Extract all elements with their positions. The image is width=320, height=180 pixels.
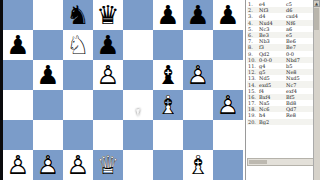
- square-f4[interactable]: ♝♗: [153, 90, 183, 120]
- move-row-18[interactable]: 18.Nc6Qd7: [247, 106, 313, 112]
- square-a5[interactable]: [3, 60, 33, 90]
- move-row-2[interactable]: 2.Nf3d6: [247, 7, 313, 13]
- square-c5[interactable]: [63, 60, 93, 90]
- move-row-14[interactable]: 14.exd5Nc7: [247, 81, 313, 87]
- move-number: 13.: [247, 75, 259, 81]
- square-c2[interactable]: ♟♙: [63, 150, 93, 180]
- white-move[interactable]: Nxd4: [259, 20, 286, 26]
- white-move[interactable]: exd5: [259, 82, 286, 88]
- square-c6[interactable]: ♞♘: [63, 30, 93, 60]
- square-f7[interactable]: ♟: [153, 0, 183, 30]
- piece-wP-g5: ♟♙: [183, 60, 213, 90]
- square-e5[interactable]: [123, 60, 153, 90]
- piece-wQ-d2: ♛♕: [93, 150, 123, 180]
- square-d3[interactable]: [93, 120, 123, 150]
- white-move[interactable]: Na5: [259, 100, 286, 106]
- piece-wP-a2: ♟♙: [3, 150, 33, 180]
- black-move[interactable]: Nc7: [286, 82, 313, 88]
- black-move[interactable]: Ne8: [286, 69, 313, 75]
- piece-wP-d5: ♟♙: [93, 60, 123, 90]
- move-number: 8.: [247, 44, 259, 50]
- black-move[interactable]: b5: [286, 63, 313, 69]
- move-row-9[interactable]: 9.Qd20-0: [247, 51, 313, 57]
- move-row-6[interactable]: 6.Be3e5: [247, 32, 313, 38]
- piece-wP-h4: ♟♙: [213, 90, 243, 120]
- piece-wN-c6: ♞♘: [63, 30, 93, 60]
- vertical-scrollbar[interactable]: ▲: [313, 0, 320, 180]
- move-number: 10.: [247, 57, 259, 63]
- black-move[interactable]: Bf5: [286, 94, 313, 100]
- black-move[interactable]: Nbd7: [286, 57, 313, 63]
- black-move[interactable]: Be6: [286, 38, 313, 44]
- move-row-7[interactable]: 7.Nb3Be6: [247, 38, 313, 44]
- piece-bP-f7: ♟: [153, 0, 183, 30]
- white-move[interactable]: f4: [259, 88, 286, 94]
- piece-bQ-d7: ♛: [93, 0, 123, 30]
- white-move[interactable]: Nf3: [259, 7, 286, 13]
- move-row-17[interactable]: 17.Na5Bd8: [247, 100, 313, 106]
- square-a6[interactable]: ♟: [3, 30, 33, 60]
- black-move[interactable]: exf4: [286, 88, 313, 94]
- square-h6[interactable]: [213, 30, 243, 60]
- move-row-19[interactable]: 19.h4Re8: [247, 112, 313, 118]
- square-e2[interactable]: [123, 150, 153, 180]
- piece-bP-a6: ♟: [3, 30, 33, 60]
- square-f2[interactable]: [153, 150, 183, 180]
- square-a4[interactable]: [3, 90, 33, 120]
- chess-board: ♞♛♟♟♟♟♞♘♟♟♟♙♝♟♙♝♗♟♙♟♙♟♙♟♙♛♕♝♗: [3, 0, 243, 180]
- white-move[interactable]: f3: [259, 44, 286, 50]
- move-number: 17.: [247, 100, 259, 106]
- white-move[interactable]: Qd2: [259, 51, 286, 57]
- move-row-8[interactable]: 8.f3Be7: [247, 44, 313, 50]
- square-g2[interactable]: ♝♗: [183, 150, 213, 180]
- black-move[interactable]: Nxd5: [286, 75, 313, 81]
- black-move[interactable]: Be7: [286, 44, 313, 50]
- black-move[interactable]: Re8: [286, 112, 313, 118]
- square-h7[interactable]: ♟: [213, 0, 243, 30]
- square-b4[interactable]: [33, 90, 63, 120]
- square-b6[interactable]: [33, 30, 63, 60]
- square-b2[interactable]: ♟♙: [33, 150, 63, 180]
- move-number: 6.: [247, 32, 259, 38]
- square-f5[interactable]: ♝: [153, 60, 183, 90]
- move-number: 16.: [247, 94, 259, 100]
- move-list: 1.e4c52.Nf3d63.d4cxd44.Nxd4Nf65.Nc3a66.B…: [247, 1, 313, 125]
- white-move[interactable]: Nd5: [259, 75, 286, 81]
- square-e6[interactable]: [123, 30, 153, 60]
- move-row-13[interactable]: 13.Nd5Nxd5: [247, 75, 313, 81]
- black-move[interactable]: Nf6: [286, 20, 313, 26]
- square-b3[interactable]: [33, 120, 63, 150]
- square-e3[interactable]: [123, 120, 153, 150]
- piece-wP-c2: ♟♙: [63, 150, 93, 180]
- scroll-up-arrow-icon[interactable]: ▲: [313, 0, 320, 7]
- move-number: 18.: [247, 106, 259, 112]
- move-number: 7.: [247, 38, 259, 44]
- move-number: 3.: [247, 13, 259, 19]
- move-row-1[interactable]: 1.e4c5: [247, 1, 313, 7]
- move-number: 11.: [247, 63, 259, 69]
- move-row-16[interactable]: 16.Bxf4Bf5: [247, 94, 313, 100]
- square-b5[interactable]: ♟: [33, 60, 63, 90]
- white-move[interactable]: Nc6: [259, 106, 286, 112]
- black-move[interactable]: cxd4: [286, 13, 313, 19]
- square-d2[interactable]: ♛♕: [93, 150, 123, 180]
- square-g4[interactable]: [183, 90, 213, 120]
- square-g7[interactable]: ♟: [183, 0, 213, 30]
- black-move[interactable]: Qd7: [286, 106, 313, 112]
- piece-bP-d6: ♟: [93, 30, 123, 60]
- move-row-4[interactable]: 4.Nxd4Nf6: [247, 20, 313, 26]
- white-move[interactable]: Bxf4: [259, 94, 286, 100]
- move-number: 14.: [247, 82, 259, 88]
- white-move[interactable]: e4: [259, 1, 286, 7]
- square-f6[interactable]: [153, 30, 183, 60]
- square-d6[interactable]: ♟: [93, 30, 123, 60]
- move-row-5[interactable]: 5.Nc3a6: [247, 26, 313, 32]
- square-h3[interactable]: [213, 120, 243, 150]
- square-g3[interactable]: [183, 120, 213, 150]
- square-c7[interactable]: ♞: [63, 0, 93, 30]
- square-h5[interactable]: [213, 60, 243, 90]
- move-row-15[interactable]: 15.f4exf4: [247, 88, 313, 94]
- black-move[interactable]: 0-0: [286, 51, 313, 57]
- move-row-3[interactable]: 3.d4cxd4: [247, 13, 313, 19]
- square-b7[interactable]: [33, 0, 63, 30]
- horizontal-scrollbar-thumb[interactable]: [249, 160, 267, 164]
- move-number: 9.: [247, 51, 259, 57]
- piece-bP-h7: ♟: [213, 0, 243, 30]
- black-move[interactable]: d6: [286, 7, 313, 13]
- square-c3[interactable]: [63, 120, 93, 150]
- square-c4[interactable]: [63, 90, 93, 120]
- square-f3[interactable]: [153, 120, 183, 150]
- white-move[interactable]: 0-0-0: [259, 57, 286, 63]
- move-row-11[interactable]: 11.g4b5: [247, 63, 313, 69]
- square-d5[interactable]: ♟♙: [93, 60, 123, 90]
- move-row-10[interactable]: 10.0-0-0Nbd7: [247, 57, 313, 63]
- move-number: 19.: [247, 112, 259, 118]
- square-a7[interactable]: [3, 0, 33, 30]
- piece-bP-b5: ♟: [33, 60, 63, 90]
- black-move[interactable]: a6: [286, 26, 313, 32]
- square-h4[interactable]: ♟♙: [213, 90, 243, 120]
- square-g6[interactable]: [183, 30, 213, 60]
- white-move[interactable]: g4: [259, 63, 286, 69]
- move-row-20[interactable]: 20.Bg2: [247, 119, 313, 125]
- white-move[interactable]: Be3: [259, 32, 286, 38]
- move-number: 4.: [247, 20, 259, 26]
- move-number: 15.: [247, 88, 259, 94]
- piece-bP-g7: ♟: [183, 0, 213, 30]
- square-h2[interactable]: [213, 150, 243, 180]
- black-move[interactable]: e5: [286, 32, 313, 38]
- square-g5[interactable]: ♟♙: [183, 60, 213, 90]
- piece-wB-f4: ♝♗: [153, 90, 183, 120]
- piece-bN-c7: ♞: [63, 0, 93, 30]
- move-number: 12.: [247, 69, 259, 75]
- white-move[interactable]: d4: [259, 13, 286, 19]
- square-a2[interactable]: ♟♙: [3, 150, 33, 180]
- square-d4[interactable]: [93, 90, 123, 120]
- white-move[interactable]: h4: [259, 112, 286, 118]
- move-number: 5.: [247, 26, 259, 32]
- square-e7[interactable]: [123, 0, 153, 30]
- square-a3[interactable]: [3, 120, 33, 150]
- move-number: 1.: [247, 1, 259, 7]
- black-move[interactable]: Bd8: [286, 100, 313, 106]
- piece-wB-g2: ♝♗: [183, 150, 213, 180]
- move-number: 20.: [247, 119, 259, 125]
- move-row-12[interactable]: 12.g5Ne8: [247, 69, 313, 75]
- white-move[interactable]: Nc3: [259, 26, 286, 32]
- vertical-scrollbar-thumb[interactable]: [314, 8, 319, 30]
- black-move[interactable]: c5: [286, 1, 313, 7]
- move-number: 2.: [247, 7, 259, 13]
- piece-bB-f5: ♝: [153, 60, 183, 90]
- square-d7[interactable]: ♛: [93, 0, 123, 30]
- white-move[interactable]: Bg2: [259, 119, 286, 125]
- white-move[interactable]: Nb3: [259, 38, 286, 44]
- move-list-panel: 1.e4c52.Nf3d63.d4cxd44.Nxd4Nf65.Nc3a66.B…: [245, 0, 320, 180]
- piece-wP-b2: ♟♙: [33, 150, 63, 180]
- white-move[interactable]: g5: [259, 69, 286, 75]
- horizontal-scrollbar[interactable]: [247, 158, 314, 166]
